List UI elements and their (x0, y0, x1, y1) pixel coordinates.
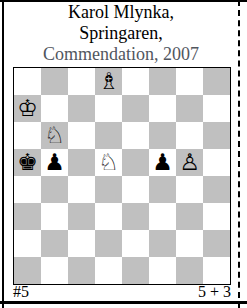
square-a5: ♚ (14, 149, 41, 176)
square-e7 (122, 95, 149, 122)
square-h8 (203, 68, 230, 95)
square-d2 (95, 230, 122, 257)
square-a4 (14, 176, 41, 203)
square-d5: ♘ (95, 149, 122, 176)
square-f5: ♟ (149, 149, 176, 176)
square-b8 (41, 68, 68, 95)
square-h6 (203, 122, 230, 149)
black-pawn-piece: ♟ (44, 151, 65, 174)
square-g8 (176, 68, 203, 95)
award-line: Commendation, 2007 (6, 44, 236, 65)
square-f2 (149, 230, 176, 257)
square-e8 (122, 68, 149, 95)
square-g2 (176, 230, 203, 257)
square-f6 (149, 122, 176, 149)
author-line: Karol Mlynka, (6, 2, 236, 23)
square-f8 (149, 68, 176, 95)
square-c1 (68, 257, 95, 284)
square-e6 (122, 122, 149, 149)
square-a2 (14, 230, 41, 257)
square-e4 (122, 176, 149, 203)
square-h5 (203, 149, 230, 176)
square-e3 (122, 203, 149, 230)
square-d8: ♗ (95, 68, 122, 95)
square-f4 (149, 176, 176, 203)
square-b7 (41, 95, 68, 122)
white-bishop-piece: ♗ (98, 70, 119, 93)
square-c8 (68, 68, 95, 95)
square-f1 (149, 257, 176, 284)
chess-problem-diagram: Karol Mlynka, Springaren, Commendation, … (0, 0, 247, 308)
square-a7: ♔ (14, 95, 41, 122)
white-knight-piece: ♘ (98, 151, 119, 174)
square-c2 (68, 230, 95, 257)
chess-board: ♗♔♘♚♟♘♟♙ (13, 67, 231, 285)
white-pawn-piece: ♙ (179, 151, 200, 174)
black-pawn-piece: ♟ (152, 151, 173, 174)
white-king-piece: ♔ (17, 97, 38, 120)
square-b3 (41, 203, 68, 230)
caption-row: #5 5 + 3 (13, 284, 231, 300)
square-g6 (176, 122, 203, 149)
frame-left-line (2, 0, 4, 308)
square-d4 (95, 176, 122, 203)
square-b5: ♟ (41, 149, 68, 176)
square-c4 (68, 176, 95, 203)
square-e1 (122, 257, 149, 284)
square-g7 (176, 95, 203, 122)
square-g3 (176, 203, 203, 230)
square-d7 (95, 95, 122, 122)
square-c7 (68, 95, 95, 122)
square-b6: ♘ (41, 122, 68, 149)
frame-bottom-line (0, 301, 247, 304)
square-b4 (41, 176, 68, 203)
square-c5 (68, 149, 95, 176)
square-c3 (68, 203, 95, 230)
stipulation-label: #5 (13, 284, 29, 300)
square-h2 (203, 230, 230, 257)
square-h1 (203, 257, 230, 284)
square-d3 (95, 203, 122, 230)
square-b1 (41, 257, 68, 284)
black-king-piece: ♚ (17, 151, 38, 174)
square-g4 (176, 176, 203, 203)
source-line: Springaren, (6, 23, 236, 44)
square-a6 (14, 122, 41, 149)
square-e2 (122, 230, 149, 257)
square-h7 (203, 95, 230, 122)
square-g5: ♙ (176, 149, 203, 176)
square-d6 (95, 122, 122, 149)
problem-header: Karol Mlynka, Springaren, Commendation, … (6, 2, 236, 65)
square-b2 (41, 230, 68, 257)
square-d1 (95, 257, 122, 284)
square-a3 (14, 203, 41, 230)
square-h4 (203, 176, 230, 203)
frame-right-dashed-line (238, 0, 240, 308)
material-count-label: 5 + 3 (198, 284, 231, 300)
square-a1 (14, 257, 41, 284)
square-a8 (14, 68, 41, 95)
square-g1 (176, 257, 203, 284)
square-e5 (122, 149, 149, 176)
square-f7 (149, 95, 176, 122)
white-knight-piece: ♘ (44, 124, 65, 147)
square-c6 (68, 122, 95, 149)
square-f3 (149, 203, 176, 230)
square-h3 (203, 203, 230, 230)
